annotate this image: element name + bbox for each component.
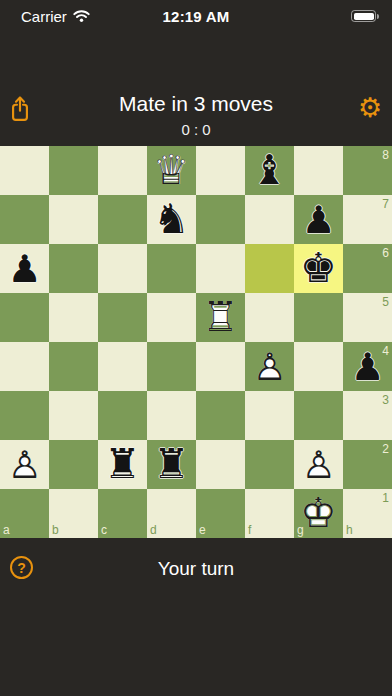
square-a5[interactable]: [0, 293, 49, 342]
square-a8[interactable]: [0, 146, 49, 195]
square-a4[interactable]: [0, 342, 49, 391]
piece-black-bishop[interactable]: ♝: [245, 146, 294, 195]
square-f8[interactable]: ♝: [245, 146, 294, 195]
square-e8[interactable]: [196, 146, 245, 195]
piece-white-king[interactable]: ♚♔: [294, 489, 343, 538]
share-button[interactable]: [9, 95, 31, 122]
file-label-a: a: [3, 524, 10, 536]
square-b3[interactable]: [49, 391, 98, 440]
square-h8[interactable]: 8: [343, 146, 392, 195]
square-f6[interactable]: [245, 244, 294, 293]
file-label-d: d: [150, 524, 157, 536]
piece-white-pawn[interactable]: ♟♙: [0, 440, 49, 489]
rank-label-7: 7: [382, 198, 389, 210]
square-g2[interactable]: ♟♙: [294, 440, 343, 489]
square-d3[interactable]: [147, 391, 196, 440]
square-h6[interactable]: 6: [343, 244, 392, 293]
square-b4[interactable]: [49, 342, 98, 391]
square-h1[interactable]: 1h: [343, 489, 392, 538]
square-d4[interactable]: [147, 342, 196, 391]
square-d2[interactable]: ♜: [147, 440, 196, 489]
square-e3[interactable]: [196, 391, 245, 440]
square-d1[interactable]: d: [147, 489, 196, 538]
square-b8[interactable]: [49, 146, 98, 195]
square-d8[interactable]: ♛♕: [147, 146, 196, 195]
piece-white-queen[interactable]: ♛♕: [147, 146, 196, 195]
file-label-h: h: [346, 524, 353, 536]
square-f3[interactable]: [245, 391, 294, 440]
square-b5[interactable]: [49, 293, 98, 342]
square-g1[interactable]: g♚♔: [294, 489, 343, 538]
file-label-c: c: [101, 524, 107, 536]
file-label-f: f: [248, 524, 251, 536]
rank-label-8: 8: [382, 149, 389, 161]
square-a2[interactable]: ♟♙: [0, 440, 49, 489]
square-c5[interactable]: [98, 293, 147, 342]
square-f5[interactable]: [245, 293, 294, 342]
piece-black-pawn[interactable]: ♟: [343, 342, 392, 391]
square-f1[interactable]: f: [245, 489, 294, 538]
square-g5[interactable]: [294, 293, 343, 342]
square-c8[interactable]: [98, 146, 147, 195]
square-a3[interactable]: [0, 391, 49, 440]
square-e6[interactable]: [196, 244, 245, 293]
rank-label-5: 5: [382, 296, 389, 308]
square-h4[interactable]: 4♟: [343, 342, 392, 391]
square-c1[interactable]: c: [98, 489, 147, 538]
settings-button[interactable]: ⚙: [355, 93, 385, 123]
piece-black-pawn[interactable]: ♟: [0, 244, 49, 293]
square-e1[interactable]: e: [196, 489, 245, 538]
square-e5[interactable]: ♜♖: [196, 293, 245, 342]
status-clock: 12:19 AM: [0, 8, 392, 25]
rank-label-1: 1: [382, 492, 389, 504]
piece-black-king[interactable]: ♚: [294, 244, 343, 293]
turn-status: Your turn: [0, 558, 392, 580]
square-h5[interactable]: 5: [343, 293, 392, 342]
piece-white-pawn[interactable]: ♟♙: [294, 440, 343, 489]
chess-board[interactable]: ♛♕♝8♞♟7♟♚6♜♖5♟♙4♟3♟♙♜♜♟♙2abcdefg♚♔1h: [0, 146, 392, 538]
puzzle-title: Mate in 3 moves: [40, 92, 352, 116]
square-f2[interactable]: [245, 440, 294, 489]
square-h7[interactable]: 7: [343, 195, 392, 244]
file-label-e: e: [199, 524, 206, 536]
gear-icon: ⚙: [358, 92, 382, 123]
square-a1[interactable]: a: [0, 489, 49, 538]
square-e4[interactable]: [196, 342, 245, 391]
square-a6[interactable]: ♟: [0, 244, 49, 293]
square-h3[interactable]: 3: [343, 391, 392, 440]
timer-display: 0 : 0: [0, 121, 392, 138]
square-c2[interactable]: ♜: [98, 440, 147, 489]
square-e2[interactable]: [196, 440, 245, 489]
square-f7[interactable]: [245, 195, 294, 244]
square-g4[interactable]: [294, 342, 343, 391]
square-c4[interactable]: [98, 342, 147, 391]
square-e7[interactable]: [196, 195, 245, 244]
square-b6[interactable]: [49, 244, 98, 293]
square-g3[interactable]: [294, 391, 343, 440]
piece-black-rook[interactable]: ♜: [98, 440, 147, 489]
piece-white-rook[interactable]: ♜♖: [196, 293, 245, 342]
file-label-b: b: [52, 524, 59, 536]
square-h2[interactable]: 2: [343, 440, 392, 489]
square-g8[interactable]: [294, 146, 343, 195]
square-a7[interactable]: [0, 195, 49, 244]
rank-label-2: 2: [382, 443, 389, 455]
puzzle-app: Carrier 12:19 AM Mate in 3 moves 0 : 0 ⚙…: [0, 0, 392, 696]
square-b2[interactable]: [49, 440, 98, 489]
rank-label-6: 6: [382, 247, 389, 259]
square-c7[interactable]: [98, 195, 147, 244]
square-d6[interactable]: [147, 244, 196, 293]
piece-black-pawn[interactable]: ♟: [294, 195, 343, 244]
rank-label-3: 3: [382, 394, 389, 406]
square-d7[interactable]: ♞: [147, 195, 196, 244]
piece-white-pawn[interactable]: ♟♙: [245, 342, 294, 391]
square-c6[interactable]: [98, 244, 147, 293]
square-b7[interactable]: [49, 195, 98, 244]
square-g7[interactable]: ♟: [294, 195, 343, 244]
battery-icon: [351, 10, 376, 22]
square-f4[interactable]: ♟♙: [245, 342, 294, 391]
square-c3[interactable]: [98, 391, 147, 440]
square-d5[interactable]: [147, 293, 196, 342]
piece-black-rook[interactable]: ♜: [147, 440, 196, 489]
piece-black-knight[interactable]: ♞: [147, 195, 196, 244]
square-g6[interactable]: ♚: [294, 244, 343, 293]
square-b1[interactable]: b: [49, 489, 98, 538]
